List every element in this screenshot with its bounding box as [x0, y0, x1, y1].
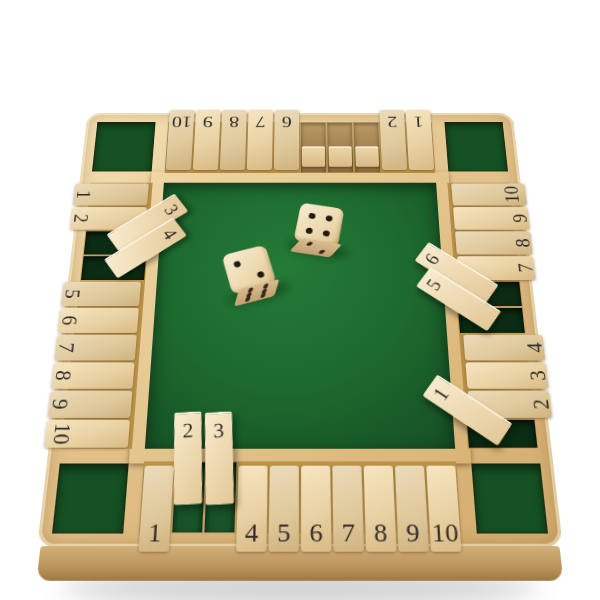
tile-top-5[interactable]	[300, 122, 327, 173]
tile-left-1[interactable]: 1	[88, 183, 153, 207]
tile-number: 7	[255, 114, 265, 131]
tile-face: 4	[463, 335, 545, 361]
tile-number: 1	[73, 190, 94, 199]
tile-number: 10	[501, 186, 523, 203]
tile-right-4[interactable]: 4	[459, 334, 529, 362]
tile-face: 1	[406, 110, 435, 170]
die-pip	[233, 260, 241, 268]
tile-face: 2	[379, 110, 407, 170]
tile-top-8[interactable]: 8	[219, 122, 248, 173]
scene: 10987621 12345678910 10987654321 1234567…	[0, 0, 600, 600]
tile-face: 9	[395, 466, 429, 552]
tile-face: 6	[301, 466, 331, 552]
corner-tray-top-right	[444, 122, 508, 172]
tile-face: 9	[48, 391, 132, 418]
tile-face: 10	[44, 420, 130, 448]
tile-bottom-9[interactable]: 9	[394, 461, 429, 533]
tile-left-5[interactable]: 5	[77, 281, 145, 307]
tile-number: 4	[523, 343, 546, 353]
tile-top-1[interactable]: 1	[405, 122, 435, 173]
corner-tray-bottom-right	[471, 463, 548, 533]
tile-face: 7	[55, 335, 137, 361]
tile-number: 2	[70, 214, 91, 223]
tile-number: 10	[171, 114, 192, 131]
tile-number: 9	[406, 519, 421, 546]
tile-number: 8	[229, 114, 240, 131]
tile-bottom-10[interactable]: 10	[425, 461, 461, 533]
die-pip	[260, 292, 266, 298]
tile-bottom-8[interactable]: 8	[362, 461, 396, 533]
tile-face: 10	[166, 110, 195, 170]
tile-face: 8	[455, 231, 533, 254]
tile-face: 8	[220, 110, 247, 170]
tile-right-10[interactable]: 10	[447, 183, 512, 207]
tile-top-2[interactable]: 2	[379, 122, 408, 173]
tile-face: 7	[332, 466, 364, 552]
tile-number: 1	[147, 519, 162, 546]
tile-face: 10	[426, 466, 461, 552]
tile-bottom-5[interactable]: 5	[268, 461, 300, 533]
tile-number: 8	[373, 519, 387, 546]
tile-number: 3	[213, 420, 224, 441]
tile-top-9[interactable]: 9	[192, 122, 221, 173]
tile-bottom-4[interactable]: 4	[235, 461, 268, 533]
tile-row-top: 10987621	[165, 122, 436, 173]
tile-number: 8	[512, 238, 533, 247]
die-pip	[257, 271, 265, 279]
board-front-edge	[37, 546, 564, 581]
die-pip	[325, 215, 333, 222]
tile-number: 6	[309, 519, 323, 546]
tile-bottom-1[interactable]: 1	[139, 461, 175, 533]
tile-number: 2	[183, 420, 194, 441]
standing-tile-edge	[302, 146, 325, 166]
tile-face: 4	[236, 466, 268, 552]
tile-number: 2	[387, 114, 398, 131]
tile-face: 5	[61, 282, 141, 306]
tile-face: 8	[51, 362, 134, 388]
tile-right-3[interactable]: 3	[461, 361, 532, 389]
tile-row-right: 10987654321	[447, 183, 538, 449]
corner-tray-top-left	[92, 122, 156, 172]
tile-number: 6	[58, 315, 80, 325]
tile-number: 8	[51, 370, 74, 380]
tile-left-4[interactable]: 4	[80, 255, 147, 280]
tile-number: 9	[48, 399, 71, 410]
tile-row-bottom: 12345678910	[139, 461, 462, 533]
tile-number: 2	[529, 399, 552, 410]
tile-number: 4	[159, 225, 180, 242]
tile-number: 4	[245, 519, 259, 546]
tile-face: 9	[193, 110, 221, 170]
shut-the-box-board: 10987621 12345678910 10987654321 1234567…	[37, 113, 563, 547]
die-pip	[305, 227, 313, 234]
corner-tray-bottom-left	[52, 463, 129, 533]
tile-face: 6	[274, 110, 299, 170]
tile-face: 3	[465, 362, 548, 388]
tile-number: 10	[49, 423, 74, 445]
tile-number: 1	[429, 383, 452, 403]
tile-number: 9	[509, 214, 530, 223]
die-pip	[245, 296, 251, 302]
tile-top-10[interactable]: 10	[165, 122, 195, 173]
standing-tile-edge	[329, 146, 353, 166]
tile-number: 7	[341, 519, 355, 546]
tile-number: 1	[413, 114, 424, 131]
tile-bottom-2[interactable]: 2	[171, 461, 206, 533]
tile-top-7[interactable]: 7	[246, 122, 274, 173]
standing-tile-face: 2	[174, 411, 203, 505]
tile-number: 6	[282, 114, 292, 131]
tile-bottom-3[interactable]: 3	[203, 461, 237, 533]
tile-number: 5	[422, 275, 444, 293]
board-perspective-wrapper: 10987621 12345678910 10987654321 1234567…	[37, 113, 563, 547]
die-pip	[305, 242, 313, 247]
tile-number: 5	[61, 289, 83, 298]
tile-face: 10	[451, 183, 527, 205]
tile-bottom-7[interactable]: 7	[331, 461, 364, 533]
tile-face: 6	[58, 308, 139, 333]
die-pip	[318, 249, 326, 254]
tile-left-6[interactable]: 6	[74, 307, 143, 334]
tile-number: 7	[54, 343, 77, 353]
tile-top-3[interactable]	[353, 122, 382, 173]
tile-left-7[interactable]: 7	[71, 334, 141, 362]
tile-number: 3	[161, 201, 182, 217]
tile-number: 3	[526, 370, 549, 380]
tile-left-10[interactable]: 10	[61, 419, 134, 449]
die-right[interactable]	[294, 202, 345, 247]
tile-right-1[interactable]: 1	[466, 419, 539, 449]
tile-number: 7	[515, 263, 537, 272]
tile-right-8[interactable]: 8	[451, 231, 517, 256]
tile-top-6[interactable]: 6	[273, 122, 300, 173]
tile-top-4[interactable]	[326, 122, 354, 173]
die-pip	[308, 212, 316, 219]
tile-number: 10	[431, 519, 459, 546]
tile-left-8[interactable]: 8	[68, 361, 139, 389]
tile-right-9[interactable]: 9	[449, 206, 514, 230]
standing-tile-edge	[355, 146, 379, 166]
tile-number: 6	[421, 250, 443, 267]
tile-face: 5	[269, 466, 299, 552]
tile-number: 9	[202, 114, 213, 131]
standing-tile-face: 3	[205, 411, 234, 505]
tile-right-5[interactable]: 5	[457, 307, 526, 334]
die-pip	[323, 230, 331, 237]
tile-face: 1	[73, 183, 149, 205]
tile-bottom-6[interactable]: 6	[300, 461, 332, 533]
tile-face: 9	[453, 207, 530, 230]
tile-face: 7	[247, 110, 273, 170]
tile-face: 1	[139, 466, 174, 552]
tile-left-9[interactable]: 9	[65, 390, 137, 419]
tile-face: 8	[364, 466, 397, 552]
tile-number: 5	[277, 519, 291, 546]
